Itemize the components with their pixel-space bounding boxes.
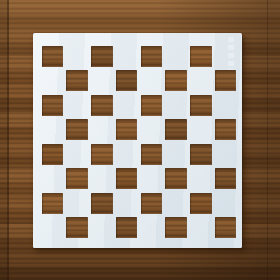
cutout-hole xyxy=(141,46,162,67)
cell-r8c8 xyxy=(213,216,238,241)
cell-r5c2 xyxy=(65,142,90,167)
cell-r6c2 xyxy=(65,167,90,192)
cell-r2c2 xyxy=(65,69,90,94)
cell-r4c5 xyxy=(139,118,164,143)
cell-r3c5 xyxy=(139,93,164,118)
cell-r6c3 xyxy=(90,167,115,192)
cutout-hole xyxy=(165,119,186,140)
cutout-hole xyxy=(66,119,87,140)
cell-r2c3 xyxy=(90,69,115,94)
cell-r4c6 xyxy=(164,118,189,143)
cell-r6c6 xyxy=(164,167,189,192)
cell-r4c4 xyxy=(114,118,139,143)
cell-r1c1 xyxy=(40,44,65,69)
wood-plank-seam-right xyxy=(267,0,268,280)
cell-r2c1 xyxy=(40,69,65,94)
cell-r7c6 xyxy=(164,191,189,216)
cell-r7c3 xyxy=(90,191,115,216)
cutout-hole xyxy=(116,70,137,91)
cutout-hole xyxy=(165,70,186,91)
cell-r3c2 xyxy=(65,93,90,118)
stencil-grid xyxy=(40,44,238,240)
cell-r7c4 xyxy=(114,191,139,216)
cell-r5c4 xyxy=(114,142,139,167)
stencil-sheet xyxy=(33,33,242,248)
cell-r3c4 xyxy=(114,93,139,118)
cutout-hole xyxy=(190,46,211,67)
cell-r6c1 xyxy=(40,167,65,192)
cell-r7c5 xyxy=(139,191,164,216)
cell-r3c3 xyxy=(90,93,115,118)
cutout-hole xyxy=(165,217,186,238)
cutout-hole xyxy=(91,144,112,165)
cell-r6c5 xyxy=(139,167,164,192)
cell-r1c7 xyxy=(189,44,214,69)
cutout-hole xyxy=(165,168,186,189)
cutout-hole xyxy=(141,95,162,116)
cutout-hole xyxy=(215,168,236,189)
cutout-hole xyxy=(66,217,87,238)
cutout-hole xyxy=(42,193,63,214)
cell-r8c7 xyxy=(189,216,214,241)
cell-r7c1 xyxy=(40,191,65,216)
cell-r2c8 xyxy=(213,69,238,94)
cell-r1c5 xyxy=(139,44,164,69)
cell-r2c5 xyxy=(139,69,164,94)
cutout-hole xyxy=(141,193,162,214)
cell-r1c6 xyxy=(164,44,189,69)
cell-r8c1 xyxy=(40,216,65,241)
cell-r4c1 xyxy=(40,118,65,143)
cell-r4c2 xyxy=(65,118,90,143)
cutout-hole xyxy=(91,193,112,214)
cell-r5c8 xyxy=(213,142,238,167)
cell-r8c6 xyxy=(164,216,189,241)
cutout-hole xyxy=(116,168,137,189)
cell-r1c3 xyxy=(90,44,115,69)
cutout-hole xyxy=(190,144,211,165)
cell-r1c8 xyxy=(213,44,238,69)
cutout-hole xyxy=(190,193,211,214)
cell-r3c1 xyxy=(40,93,65,118)
cell-r1c2 xyxy=(65,44,90,69)
cell-r8c3 xyxy=(90,216,115,241)
cutout-hole xyxy=(215,217,236,238)
cell-r8c5 xyxy=(139,216,164,241)
wood-plank-seam-left xyxy=(7,0,9,280)
cell-r7c7 xyxy=(189,191,214,216)
cell-r2c7 xyxy=(189,69,214,94)
cell-r7c2 xyxy=(65,191,90,216)
cell-r5c3 xyxy=(90,142,115,167)
cell-r5c5 xyxy=(139,142,164,167)
cutout-hole xyxy=(190,95,211,116)
cutout-hole xyxy=(42,144,63,165)
wood-plank-edge-left xyxy=(0,0,7,280)
cutout-hole xyxy=(91,46,112,67)
cutout-hole xyxy=(42,95,63,116)
cutout-hole xyxy=(66,70,87,91)
cell-r8c4 xyxy=(114,216,139,241)
cutout-hole xyxy=(215,119,236,140)
cell-r1c4 xyxy=(114,44,139,69)
cutout-hole xyxy=(215,70,236,91)
cell-r6c7 xyxy=(189,167,214,192)
cell-r8c2 xyxy=(65,216,90,241)
cell-r3c6 xyxy=(164,93,189,118)
cell-r5c6 xyxy=(164,142,189,167)
cell-r5c7 xyxy=(189,142,214,167)
cell-r6c8 xyxy=(213,167,238,192)
cutout-hole xyxy=(42,46,63,67)
cutout-hole xyxy=(66,168,87,189)
cell-r7c8 xyxy=(213,191,238,216)
cutout-hole xyxy=(116,119,137,140)
cutout-hole xyxy=(141,144,162,165)
cell-r6c4 xyxy=(114,167,139,192)
cell-r4c8 xyxy=(213,118,238,143)
cutout-hole xyxy=(91,95,112,116)
cutout-hole xyxy=(116,217,137,238)
cell-r3c7 xyxy=(189,93,214,118)
cell-r3c8 xyxy=(213,93,238,118)
cell-r5c1 xyxy=(40,142,65,167)
cell-r4c7 xyxy=(189,118,214,143)
cell-r2c4 xyxy=(114,69,139,94)
cell-r2c6 xyxy=(164,69,189,94)
cell-r4c3 xyxy=(90,118,115,143)
